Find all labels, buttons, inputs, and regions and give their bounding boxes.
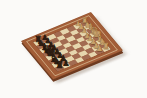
piece-white-pawn[interactable]: ♟ — [96, 45, 103, 53]
piece-white-rook[interactable]: ♜ — [102, 42, 110, 51]
pieces-layer: ♜♞♝♛♚♝♞♜♟♟♟♟♟♟♟♟♟♟♟♟♟♟♟♟♜♞♝♛♚♝♞♜ — [0, 0, 147, 98]
piece-black-rook[interactable]: ♜ — [55, 60, 64, 69]
chess-scene: ♜♞♝♛♚♝♞♜♟♟♟♟♟♟♟♟♟♟♟♟♟♟♟♟♜♞♝♛♚♝♞♜ — [0, 0, 147, 98]
